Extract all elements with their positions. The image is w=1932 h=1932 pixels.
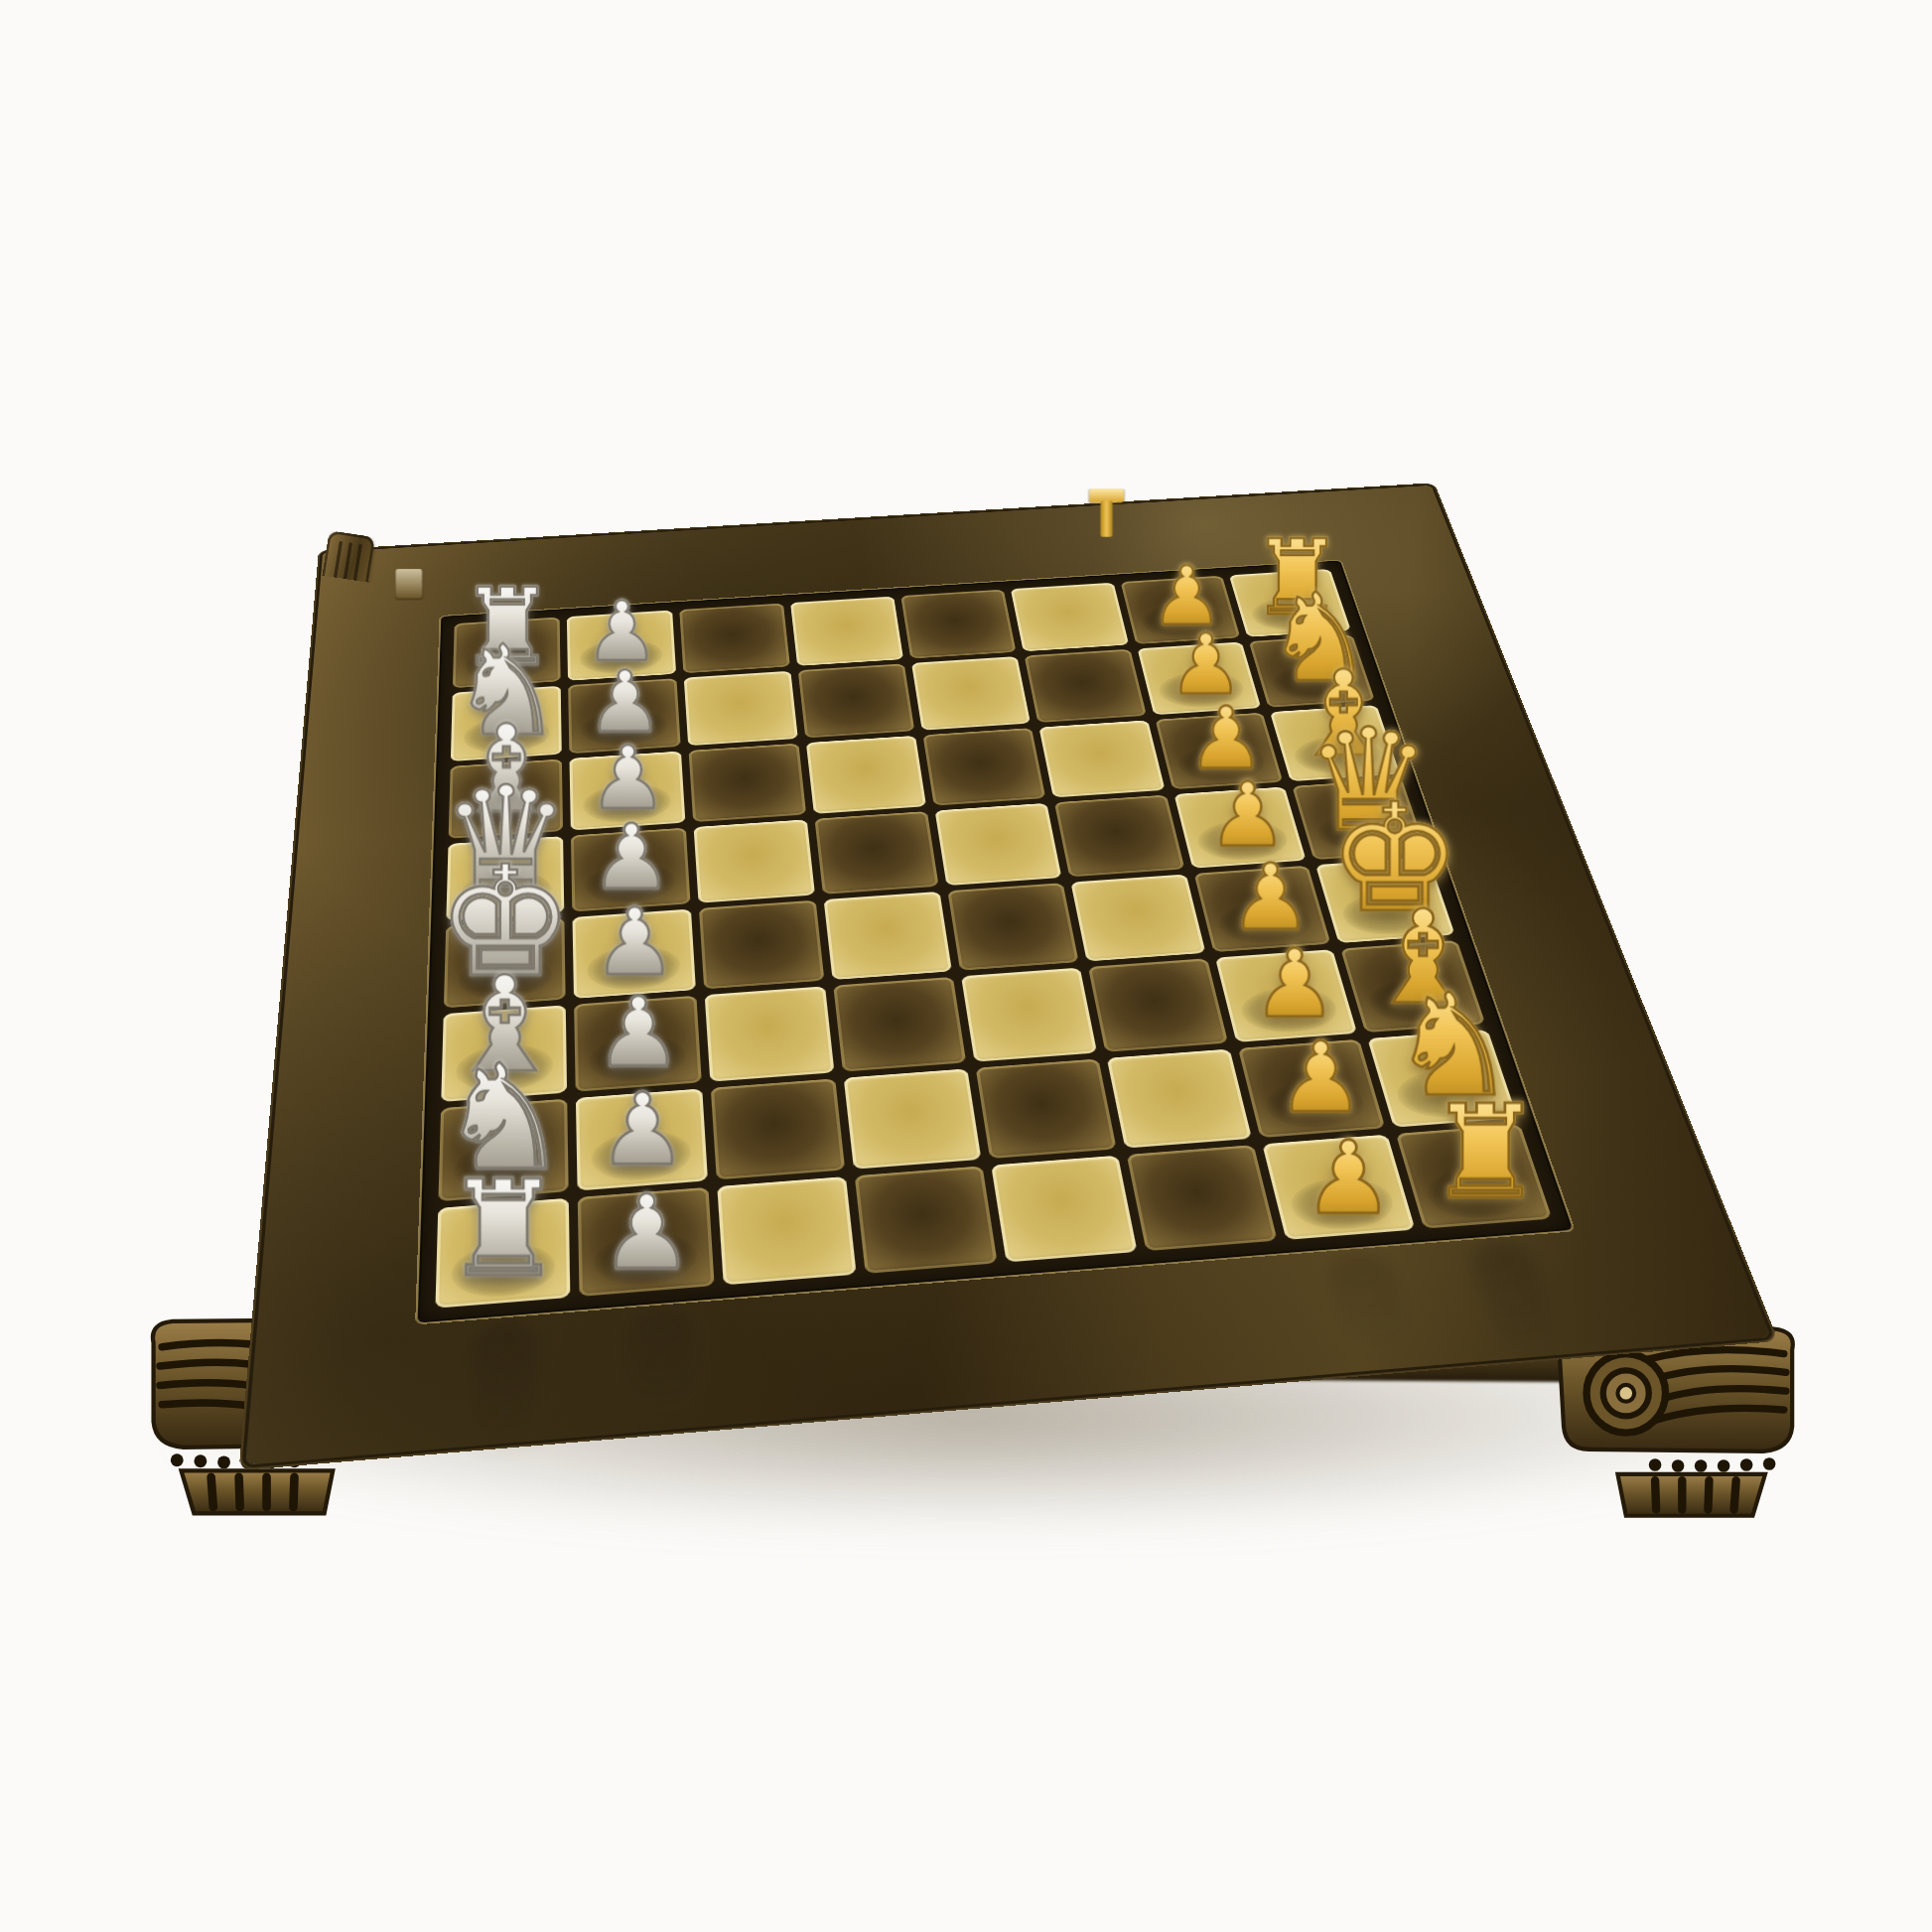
piece-reflection <box>1324 1250 1417 1354</box>
white-pawn[interactable]: ♟ <box>593 896 676 988</box>
square-d5[interactable] <box>935 803 1062 886</box>
black-pawn[interactable]: ♟ <box>1277 1030 1364 1127</box>
white-rook[interactable]: ♜ <box>444 1163 563 1296</box>
square-g4[interactable] <box>843 1068 981 1170</box>
chess-board: ♜♟♟♜♞♟♟♞♝♟♟♝♛♟♟♛♚♟♟♚♝♟♟♝♞♟♟♞♜♟♟♜ <box>245 485 1771 1465</box>
black-rook[interactable]: ♜ <box>1428 1087 1544 1216</box>
latch-stem <box>1100 500 1112 536</box>
side-clasp-icon <box>316 530 375 621</box>
square-d3[interactable] <box>693 819 815 902</box>
white-pawn[interactable]: ♟ <box>601 1181 693 1284</box>
square-h4[interactable] <box>854 1166 997 1274</box>
square-h1[interactable]: ♜ <box>435 1197 570 1308</box>
square-d4[interactable] <box>814 811 938 895</box>
square-h2[interactable]: ♟ <box>578 1187 714 1297</box>
square-f3[interactable] <box>704 987 834 1082</box>
square-a4[interactable] <box>790 597 903 666</box>
square-c5[interactable] <box>922 728 1045 806</box>
square-a3[interactable] <box>679 604 790 674</box>
square-e4[interactable] <box>823 892 952 980</box>
square-d6[interactable] <box>1054 794 1184 877</box>
square-b4[interactable] <box>798 664 915 739</box>
piece-reflection <box>1464 1239 1569 1366</box>
square-a6[interactable] <box>1011 583 1129 652</box>
white-pawn[interactable]: ♟ <box>596 985 681 1080</box>
square-c4[interactable] <box>806 736 926 814</box>
square-f4[interactable] <box>833 977 966 1071</box>
square-f5[interactable] <box>961 968 1097 1062</box>
square-c6[interactable] <box>1039 720 1166 797</box>
black-pawn[interactable]: ♟ <box>1304 1127 1394 1227</box>
piece-reflection <box>625 1307 698 1413</box>
square-a5[interactable] <box>900 590 1016 659</box>
square-f6[interactable] <box>1088 959 1227 1052</box>
black-pawn[interactable]: ♟ <box>1253 937 1337 1032</box>
playing-field: ♜♟♟♜♞♟♟♞♝♟♟♝♛♟♟♛♚♟♟♚♝♟♟♝♞♟♟♞♜♟♟♜ <box>420 562 1571 1321</box>
square-e5[interactable] <box>947 883 1079 971</box>
square-b3[interactable] <box>683 671 797 746</box>
piece-reflection <box>470 1318 540 1452</box>
square-g6[interactable] <box>1107 1048 1252 1148</box>
square-h5[interactable] <box>991 1156 1138 1263</box>
square-b6[interactable] <box>1025 649 1147 723</box>
square-h3[interactable] <box>717 1176 857 1286</box>
square-c3[interactable] <box>688 743 806 822</box>
square-e6[interactable] <box>1071 874 1205 961</box>
square-h7[interactable]: ♟ <box>1262 1134 1416 1239</box>
square-h6[interactable] <box>1127 1145 1277 1251</box>
white-pawn[interactable]: ♟ <box>598 1080 686 1179</box>
square-g5[interactable] <box>976 1058 1117 1159</box>
square-b5[interactable] <box>911 656 1031 730</box>
square-h8[interactable]: ♜ <box>1395 1124 1552 1229</box>
photo-stage: ♜♟♟♜♞♟♟♞♝♟♟♝♛♟♟♛♚♟♟♚♝♟♟♝♞♟♟♞♜♟♟♜ <box>0 0 1932 1932</box>
square-g3[interactable] <box>710 1078 845 1179</box>
hinge-icon <box>395 569 422 599</box>
square-e3[interactable] <box>698 900 824 990</box>
gold-latch-icon <box>1087 488 1125 537</box>
